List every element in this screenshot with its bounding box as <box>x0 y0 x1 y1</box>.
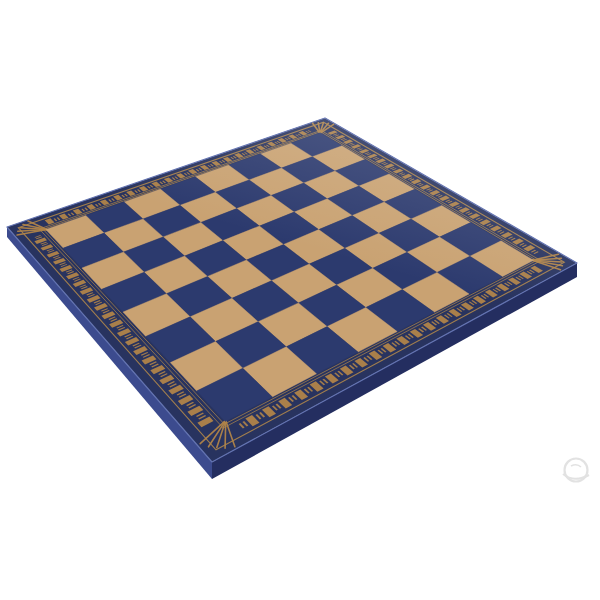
retailer-watermark-icon <box>563 459 589 482</box>
board-squares <box>46 133 534 422</box>
chess-board-photo <box>0 0 600 600</box>
product-photo-stage <box>0 0 600 600</box>
